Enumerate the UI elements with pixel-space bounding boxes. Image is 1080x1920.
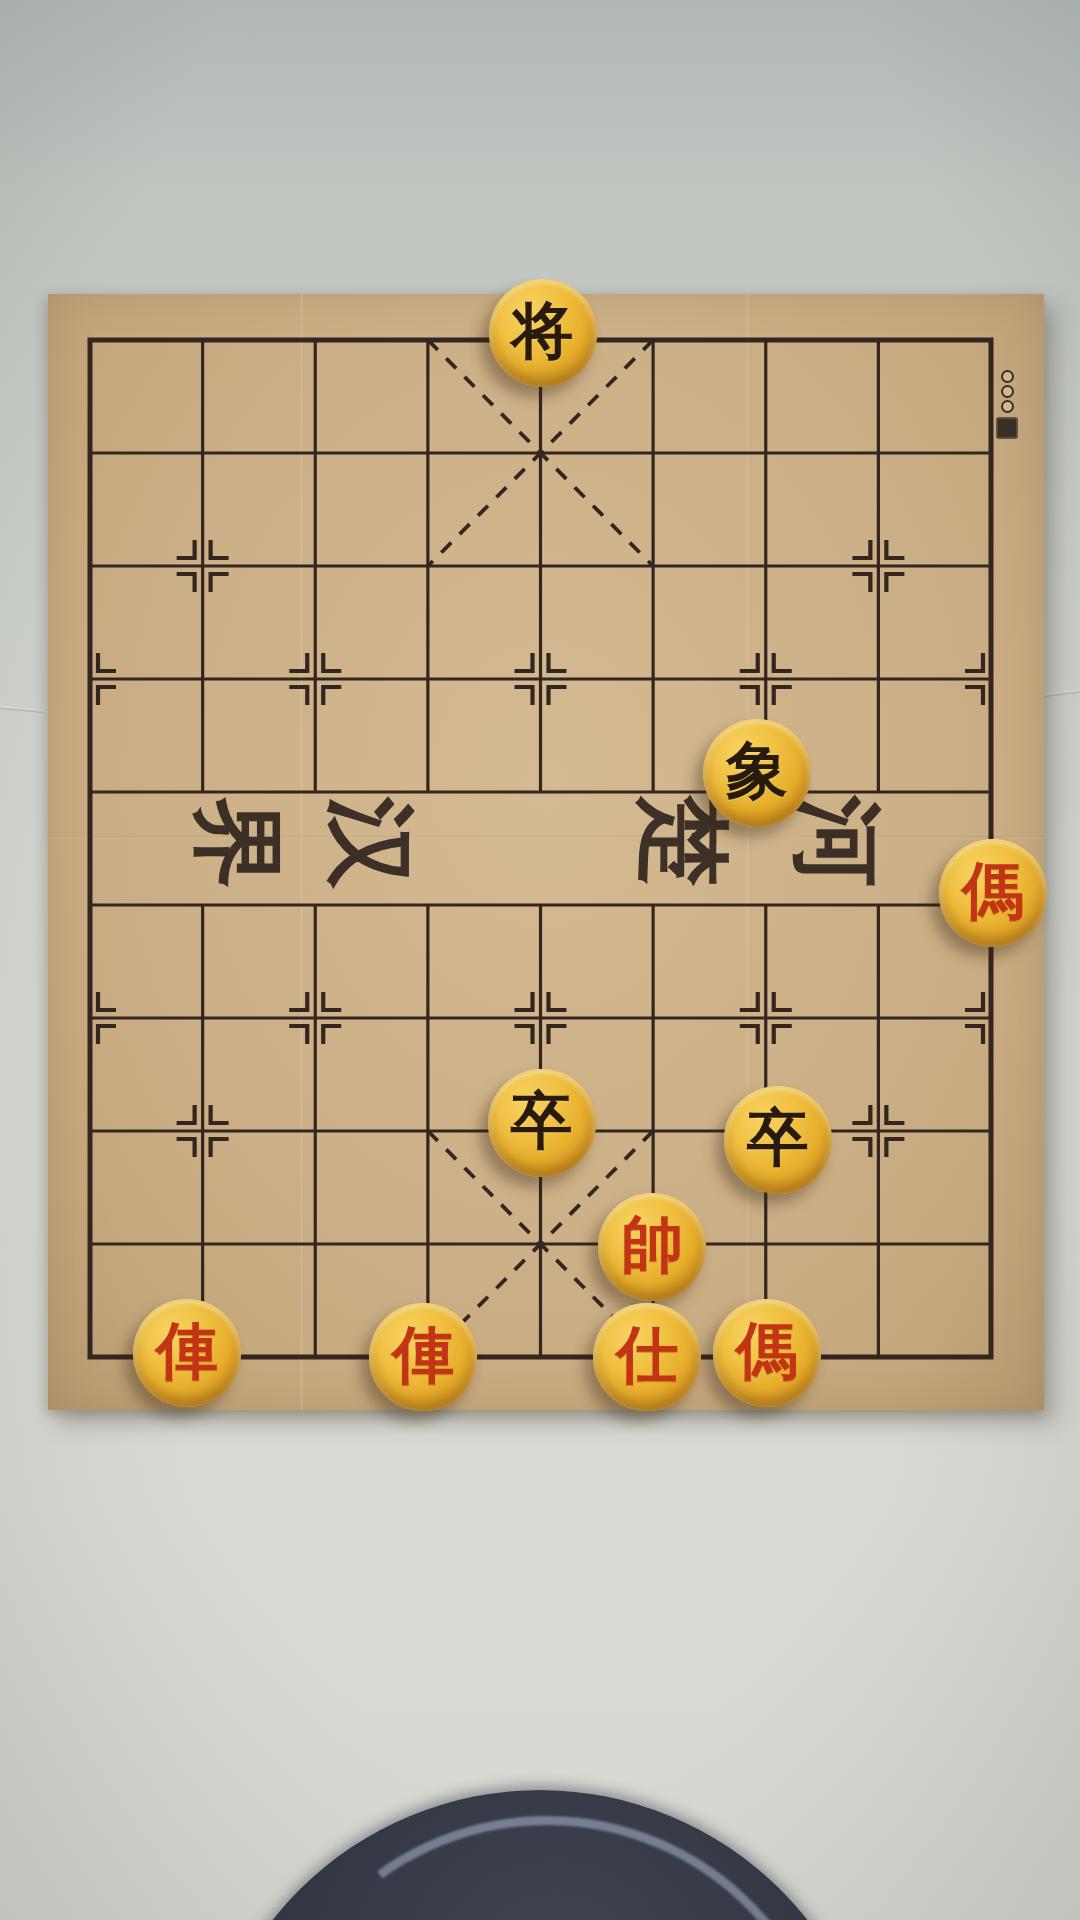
piece-glyph: 傌 [962, 860, 1024, 922]
brand-dot-icon [1001, 400, 1014, 413]
brand-dot-icon [1001, 385, 1014, 398]
piece-black-soldier-right[interactable]: 卒 [724, 1086, 832, 1194]
piece-glyph: 卒 [747, 1107, 809, 1169]
piece-glyph: 仕 [616, 1324, 678, 1386]
river-text-han: 汉 [310, 783, 430, 903]
brand-mark [994, 368, 1020, 439]
river-text-jie: 界 [177, 783, 297, 903]
photo-scene: 界 汉 楚 河 将象傌卒卒帥俥俥仕傌 [0, 0, 1080, 1920]
piece-glyph: 帥 [621, 1214, 683, 1276]
xiangqi-board: 界 汉 楚 河 [48, 294, 1044, 1410]
piece-red-horse-bottom[interactable]: 傌 [713, 1299, 821, 1407]
piece-glyph: 将 [512, 300, 574, 362]
piece-tray [200, 1790, 880, 1920]
tray-highlight [216, 1774, 877, 1920]
piece-red-chariot-left[interactable]: 俥 [133, 1299, 241, 1407]
brand-stamp-icon [996, 417, 1018, 439]
piece-glyph: 卒 [511, 1090, 573, 1152]
piece-glyph: 象 [726, 740, 788, 802]
piece-red-advisor[interactable]: 仕 [593, 1303, 701, 1411]
piece-glyph: 俥 [392, 1324, 454, 1386]
piece-black-general[interactable]: 将 [489, 279, 597, 387]
floor-tile-seam-right [1038, 689, 1080, 698]
piece-black-elephant[interactable]: 象 [703, 719, 811, 827]
piece-glyph: 傌 [736, 1320, 798, 1382]
floor-tile-seam-left [0, 706, 44, 713]
piece-black-soldier-center[interactable]: 卒 [488, 1069, 596, 1177]
piece-red-general[interactable]: 帥 [598, 1193, 706, 1301]
piece-red-chariot-mid[interactable]: 俥 [369, 1303, 477, 1411]
piece-glyph: 俥 [156, 1320, 218, 1382]
brand-dot-icon [1001, 370, 1014, 383]
piece-red-horse-edge[interactable]: 傌 [939, 839, 1047, 947]
